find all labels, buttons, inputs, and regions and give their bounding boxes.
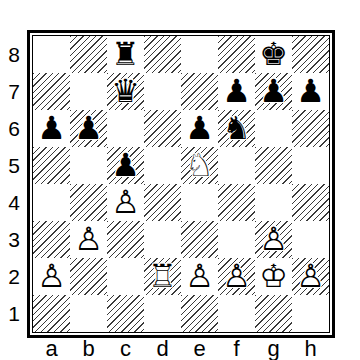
board-square-d8[interactable] xyxy=(144,36,181,73)
board-square-b6[interactable]: ♟ xyxy=(70,110,107,147)
piece-white-pawn-b3[interactable]: ♟♙ xyxy=(70,221,107,258)
board-square-b7[interactable] xyxy=(70,73,107,110)
file-label-g: g xyxy=(255,337,292,360)
piece-glyph: ♟ xyxy=(259,74,288,106)
board-square-f8[interactable] xyxy=(218,36,255,73)
board-square-d4[interactable] xyxy=(144,184,181,221)
board-square-b8[interactable] xyxy=(70,36,107,73)
board-square-f3[interactable] xyxy=(218,221,255,258)
chess-board-grid: ♜♚♛♟♟♟♟♟♟♞♟♞♘♟♙♟♙♟♙♟♙♜♖♟♙♟♙♚♔♟♙ xyxy=(33,36,329,332)
board-square-g1[interactable] xyxy=(255,295,292,332)
piece-black-pawn-a6[interactable]: ♟ xyxy=(33,110,70,147)
piece-glyph-outline: ♖ xyxy=(148,259,177,291)
board-square-d2[interactable]: ♜♖ xyxy=(144,258,181,295)
piece-glyph-outline: ♙ xyxy=(74,222,103,254)
piece-glyph: ♟ xyxy=(74,111,103,143)
board-square-e7[interactable] xyxy=(181,73,218,110)
board-square-h5[interactable] xyxy=(292,147,329,184)
piece-glyph: ♟ xyxy=(296,74,325,106)
board-square-h8[interactable] xyxy=(292,36,329,73)
board-square-h4[interactable] xyxy=(292,184,329,221)
piece-white-pawn-h2[interactable]: ♟♙ xyxy=(292,258,329,295)
board-square-b1[interactable] xyxy=(70,295,107,332)
board-square-c8[interactable]: ♜ xyxy=(107,36,144,73)
board-square-c1[interactable] xyxy=(107,295,144,332)
rank-label-1: 1 xyxy=(2,295,26,332)
rank-label-8: 8 xyxy=(2,36,26,73)
board-square-g3[interactable]: ♟♙ xyxy=(255,221,292,258)
piece-black-pawn-h7[interactable]: ♟ xyxy=(292,73,329,110)
board-square-g8[interactable]: ♚ xyxy=(255,36,292,73)
board-square-c3[interactable] xyxy=(107,221,144,258)
piece-glyph-outline: ♔ xyxy=(259,259,288,291)
board-square-c7[interactable]: ♛ xyxy=(107,73,144,110)
board-square-f2[interactable]: ♟♙ xyxy=(218,258,255,295)
board-square-d5[interactable] xyxy=(144,147,181,184)
piece-white-pawn-f2[interactable]: ♟♙ xyxy=(218,258,255,295)
piece-white-king-g2[interactable]: ♚♔ xyxy=(255,258,292,295)
board-square-a1[interactable] xyxy=(33,295,70,332)
board-square-h6[interactable] xyxy=(292,110,329,147)
board-square-h7[interactable]: ♟ xyxy=(292,73,329,110)
board-frame: ♜♚♛♟♟♟♟♟♟♞♟♞♘♟♙♟♙♟♙♟♙♜♖♟♙♟♙♚♔♟♙ xyxy=(27,30,335,338)
board-square-e8[interactable] xyxy=(181,36,218,73)
piece-glyph: ♛ xyxy=(111,74,140,106)
piece-glyph-outline: ♙ xyxy=(185,259,214,291)
board-square-e1[interactable] xyxy=(181,295,218,332)
board-inner-frame: ♜♚♛♟♟♟♟♟♟♞♟♞♘♟♙♟♙♟♙♟♙♜♖♟♙♟♙♚♔♟♙ xyxy=(32,35,330,333)
piece-black-pawn-e6[interactable]: ♟ xyxy=(181,110,218,147)
piece-glyph: ♞ xyxy=(222,111,251,143)
board-square-d1[interactable] xyxy=(144,295,181,332)
board-square-g4[interactable] xyxy=(255,184,292,221)
rank-labels: 87654321 xyxy=(2,36,26,332)
board-square-g5[interactable] xyxy=(255,147,292,184)
board-square-c6[interactable] xyxy=(107,110,144,147)
piece-black-pawn-b6[interactable]: ♟ xyxy=(70,110,107,147)
piece-black-knight-f6[interactable]: ♞ xyxy=(218,110,255,147)
piece-white-rook-d2[interactable]: ♜♖ xyxy=(144,258,181,295)
rank-label-2: 2 xyxy=(2,258,26,295)
piece-glyph: ♟ xyxy=(185,111,214,143)
piece-black-queen-c7[interactable]: ♛ xyxy=(107,73,144,110)
piece-glyph-outline: ♙ xyxy=(111,185,140,217)
rank-label-7: 7 xyxy=(2,73,26,110)
board-square-h1[interactable] xyxy=(292,295,329,332)
board-square-c2[interactable] xyxy=(107,258,144,295)
board-square-e2[interactable]: ♟♙ xyxy=(181,258,218,295)
board-square-a5[interactable] xyxy=(33,147,70,184)
board-square-f1[interactable] xyxy=(218,295,255,332)
file-label-b: b xyxy=(70,337,107,360)
piece-white-pawn-e2[interactable]: ♟♙ xyxy=(181,258,218,295)
board-square-a6[interactable]: ♟ xyxy=(33,110,70,147)
board-square-g7[interactable]: ♟ xyxy=(255,73,292,110)
piece-glyph-outline: ♙ xyxy=(222,259,251,291)
piece-black-king-g8[interactable]: ♚ xyxy=(255,36,292,73)
board-square-g2[interactable]: ♚♔ xyxy=(255,258,292,295)
board-square-a3[interactable] xyxy=(33,221,70,258)
piece-black-pawn-f7[interactable]: ♟ xyxy=(218,73,255,110)
piece-glyph: ♟ xyxy=(222,74,251,106)
board-square-f6[interactable]: ♞ xyxy=(218,110,255,147)
file-label-a: a xyxy=(33,337,70,360)
file-label-e: e xyxy=(181,337,218,360)
chess-diagram: 87654321 ♜♚♛♟♟♟♟♟♟♞♟♞♘♟♙♟♙♟♙♟♙♜♖♟♙♟♙♚♔♟♙… xyxy=(0,0,360,360)
piece-white-pawn-a2[interactable]: ♟♙ xyxy=(33,258,70,295)
board-square-g6[interactable] xyxy=(255,110,292,147)
board-square-f7[interactable]: ♟ xyxy=(218,73,255,110)
board-square-d3[interactable] xyxy=(144,221,181,258)
file-labels: abcdefgh xyxy=(33,337,329,360)
board-square-a2[interactable]: ♟♙ xyxy=(33,258,70,295)
file-label-h: h xyxy=(292,337,329,360)
board-square-d6[interactable] xyxy=(144,110,181,147)
board-square-a7[interactable] xyxy=(33,73,70,110)
rank-label-5: 5 xyxy=(2,147,26,184)
piece-glyph: ♚ xyxy=(259,37,288,69)
board-square-f4[interactable] xyxy=(218,184,255,221)
board-square-e4[interactable] xyxy=(181,184,218,221)
board-square-e3[interactable] xyxy=(181,221,218,258)
board-square-e6[interactable]: ♟ xyxy=(181,110,218,147)
board-square-a8[interactable] xyxy=(33,36,70,73)
board-square-b3[interactable]: ♟♙ xyxy=(70,221,107,258)
piece-white-pawn-c4[interactable]: ♟♙ xyxy=(107,184,144,221)
rank-label-6: 6 xyxy=(2,110,26,147)
piece-white-knight-e5[interactable]: ♞♘ xyxy=(181,147,218,184)
piece-glyph: ♟ xyxy=(111,148,140,180)
piece-black-pawn-c5[interactable]: ♟ xyxy=(107,147,144,184)
file-label-d: d xyxy=(144,337,181,360)
piece-glyph-outline: ♙ xyxy=(296,259,325,291)
board-square-e5[interactable]: ♞♘ xyxy=(181,147,218,184)
file-label-c: c xyxy=(107,337,144,360)
rank-label-4: 4 xyxy=(2,184,26,221)
board-square-b5[interactable] xyxy=(70,147,107,184)
piece-glyph: ♟ xyxy=(37,111,66,143)
piece-glyph: ♜ xyxy=(111,37,140,69)
board-square-c4[interactable]: ♟♙ xyxy=(107,184,144,221)
board-square-f5[interactable] xyxy=(218,147,255,184)
board-square-d7[interactable] xyxy=(144,73,181,110)
piece-white-pawn-g3[interactable]: ♟♙ xyxy=(255,221,292,258)
board-square-b4[interactable] xyxy=(70,184,107,221)
file-label-f: f xyxy=(218,337,255,360)
rank-label-3: 3 xyxy=(2,221,26,258)
piece-glyph-outline: ♘ xyxy=(185,148,214,180)
board-square-b2[interactable] xyxy=(70,258,107,295)
piece-glyph-outline: ♙ xyxy=(259,222,288,254)
board-square-c5[interactable]: ♟ xyxy=(107,147,144,184)
piece-black-pawn-g7[interactable]: ♟ xyxy=(255,73,292,110)
board-square-a4[interactable] xyxy=(33,184,70,221)
board-square-h3[interactable] xyxy=(292,221,329,258)
piece-black-rook-c8[interactable]: ♜ xyxy=(107,36,144,73)
board-square-h2[interactable]: ♟♙ xyxy=(292,258,329,295)
piece-glyph-outline: ♙ xyxy=(37,259,66,291)
